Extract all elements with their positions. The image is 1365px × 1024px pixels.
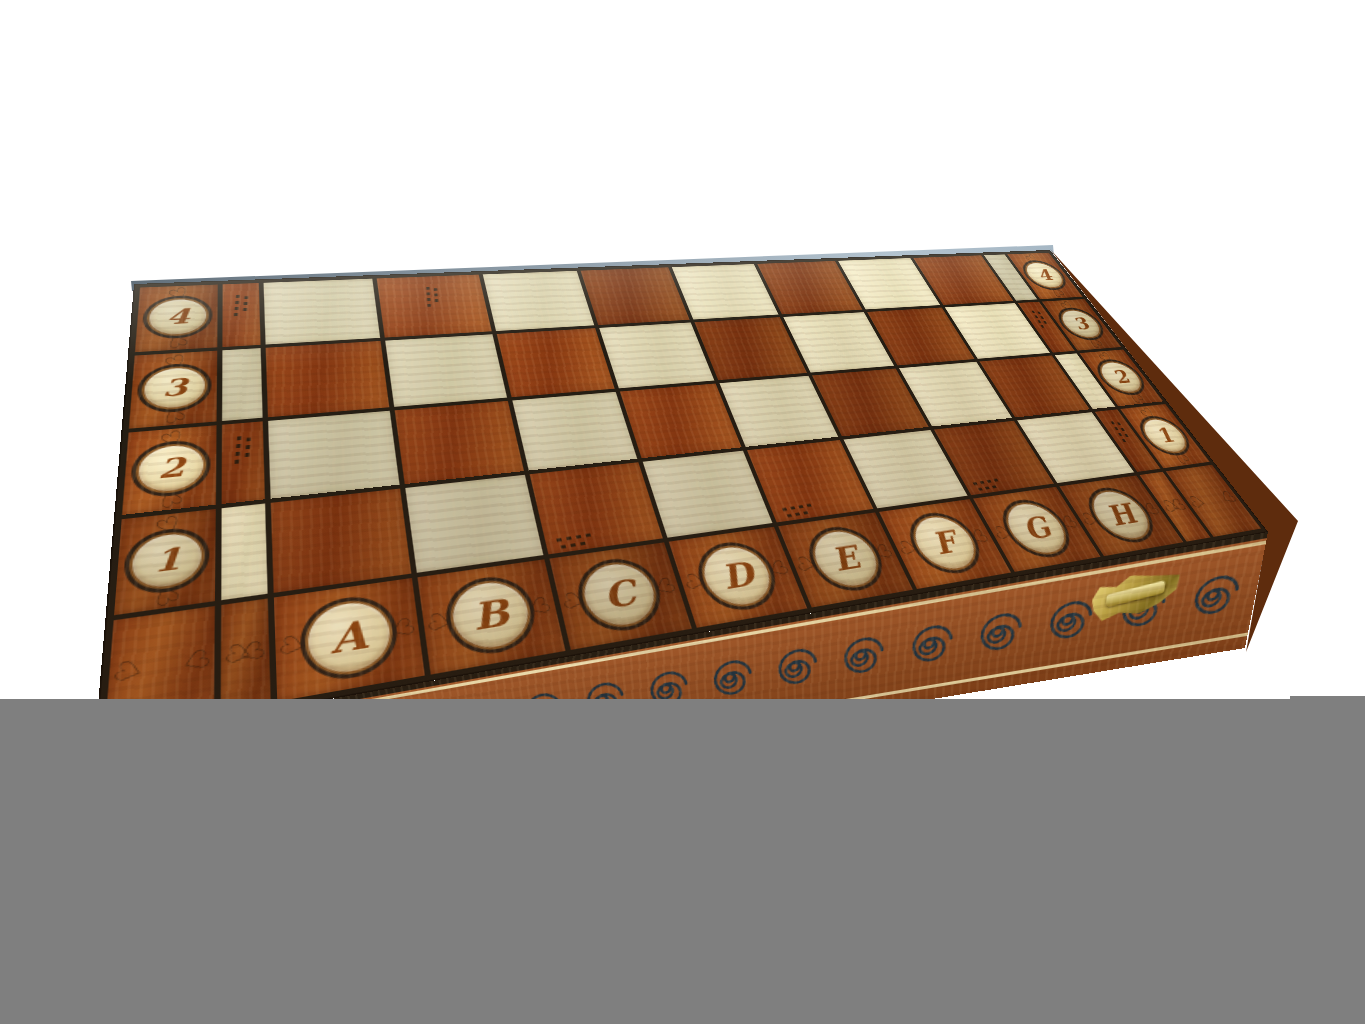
- rope-mark: [556, 533, 595, 549]
- file-label-d: D: [697, 543, 779, 609]
- rope-heart-ornament: ♡: [425, 610, 457, 634]
- square-a2: [268, 410, 400, 499]
- chess-box-photo: ♡♡4♡♡4♡♡3♡♡3♡♡2♡♡2♡♡1♡♡1♡♡♡♡♡♡A♡♡B♡♡C♡♡D…: [0, 0, 1365, 1024]
- square-a1: [271, 489, 412, 593]
- rope-heart-ornament: ♡: [1187, 494, 1210, 511]
- square-a3: [266, 341, 390, 417]
- frame-cell-file-c: ♡♡C: [549, 543, 692, 650]
- spiral-ornament: [838, 629, 892, 681]
- rope-heart-ornament: ♡: [232, 636, 270, 668]
- rope-mark: [781, 504, 816, 518]
- frame-cell-front-1: ♡♡: [221, 599, 271, 712]
- rope-heart-ornament: ♡: [1216, 488, 1239, 507]
- rope-heart-ornament: ♡: [176, 644, 215, 677]
- square-a4: [264, 279, 381, 345]
- file-label-b: B: [448, 578, 533, 653]
- square-b2: [395, 401, 524, 485]
- rank-label-3-left: 3: [143, 367, 205, 410]
- file-label-c: C: [578, 560, 661, 630]
- square-d4: [580, 267, 689, 325]
- rope-mark: [1111, 421, 1133, 443]
- filler-left-rank1: [221, 504, 267, 601]
- frame-cell-file-b: ♡♡B: [418, 560, 565, 675]
- rope-heart-ornament: ♡: [108, 657, 150, 684]
- frame-cell-rank1-left: ♡♡1: [114, 509, 216, 615]
- rank-label-4-right: 4: [1021, 263, 1069, 289]
- rope-heart-ornament: ♡: [1160, 498, 1183, 515]
- square-c1: [529, 463, 662, 555]
- file-label-g: G: [998, 501, 1075, 556]
- filler-left-rank4: [222, 283, 260, 347]
- rank-label-4-left: 4: [148, 299, 206, 336]
- square-b1: [406, 475, 543, 573]
- rope-heart-ornament: ♡: [275, 632, 311, 658]
- file-label-f: F: [906, 514, 984, 572]
- rope-mark: [973, 478, 1004, 491]
- rank-label-2-left: 2: [137, 443, 203, 494]
- spiral-ornament: [1183, 567, 1250, 623]
- square-c3: [496, 328, 614, 397]
- rope-mark: [426, 286, 438, 307]
- rope-mark: [235, 436, 251, 466]
- frame-cell-rank3-left: ♡♡3: [129, 350, 217, 428]
- frame-cell-rank2-left: ♡♡2: [122, 425, 217, 515]
- file-label-h: H: [1084, 489, 1159, 542]
- gray-overlay-step: [1290, 696, 1365, 700]
- rank-label-1-left: 1: [131, 531, 202, 591]
- filler-left-rank2: [222, 421, 265, 504]
- gray-overlay: [0, 699, 1365, 1024]
- file-label-e: E: [805, 528, 885, 590]
- frame-cell-rank4-left: ♡♡4: [135, 285, 218, 352]
- file-label-a: A: [306, 598, 393, 678]
- spiral-ornament: [705, 652, 759, 702]
- square-b3: [385, 334, 506, 406]
- rank-label-3-right: 3: [1056, 310, 1106, 339]
- filler-left-rank3: [222, 348, 263, 421]
- spiral-ornament: [972, 605, 1031, 658]
- square-c2: [512, 392, 637, 471]
- rope-mark: [234, 294, 249, 317]
- frame-cell-file-a: ♡♡A: [274, 578, 425, 701]
- rope-heart-ornament: ♡: [221, 640, 259, 666]
- rope-mark: [1032, 311, 1051, 329]
- square-c4: [482, 271, 594, 331]
- square-b4: [377, 275, 491, 338]
- rope-heart-ornament: ♡: [560, 589, 588, 612]
- square-d3: [599, 322, 714, 388]
- spiral-ornament: [904, 617, 960, 670]
- spiral-ornament: [771, 641, 824, 692]
- rope-heart-ornament: ♡: [384, 613, 420, 643]
